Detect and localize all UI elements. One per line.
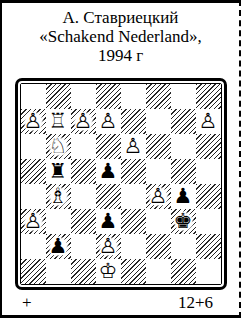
square-b3 xyxy=(46,209,71,234)
square-f4: ♙ xyxy=(146,184,171,209)
piece-black-pawn: ♟ xyxy=(46,234,71,259)
square-h6 xyxy=(196,134,221,159)
source-line: «Schakend Nederland», xyxy=(2,27,239,46)
square-e6: ♙ xyxy=(121,134,146,159)
square-e2 xyxy=(121,234,146,259)
square-d1: ♔ xyxy=(96,259,121,284)
square-g6 xyxy=(171,134,196,159)
material-count: 12+6 xyxy=(178,294,213,312)
square-a3: ♙ xyxy=(21,209,46,234)
piece-white-pawn: ♙ xyxy=(146,184,171,209)
square-a1 xyxy=(21,259,46,284)
square-f1 xyxy=(146,259,171,284)
square-h8 xyxy=(196,84,221,109)
chess-board-inner-frame: ♙♖♙♙♙♘♙♜♟♗♙♟♙♟♚♟♙♔ xyxy=(20,83,222,285)
square-h7: ♙ xyxy=(196,109,221,134)
square-b4: ♗ xyxy=(46,184,71,209)
square-f6 xyxy=(146,134,171,159)
square-c7: ♙ xyxy=(71,109,96,134)
author-line: А. Ставриецкий xyxy=(2,8,239,27)
square-e1 xyxy=(121,259,146,284)
square-c2 xyxy=(71,234,96,259)
piece-white-king: ♔ xyxy=(96,259,121,284)
square-b5: ♜ xyxy=(46,159,71,184)
square-c8 xyxy=(71,84,96,109)
square-d7: ♙ xyxy=(96,109,121,134)
year-line: 1994 г xyxy=(2,46,239,65)
stipulation-symbol: + xyxy=(22,294,32,312)
square-g5 xyxy=(171,159,196,184)
square-d5: ♟ xyxy=(96,159,121,184)
piece-black-pawn: ♟ xyxy=(96,209,121,234)
square-h3 xyxy=(196,209,221,234)
square-b1 xyxy=(46,259,71,284)
square-a2 xyxy=(21,234,46,259)
square-e5 xyxy=(121,159,146,184)
square-a4 xyxy=(21,184,46,209)
square-a8 xyxy=(21,84,46,109)
piece-white-rook: ♖ xyxy=(46,109,71,134)
square-d6 xyxy=(96,134,121,159)
square-h4 xyxy=(196,184,221,209)
square-a7: ♙ xyxy=(21,109,46,134)
square-h2 xyxy=(196,234,221,259)
square-g4: ♟ xyxy=(171,184,196,209)
square-b8 xyxy=(46,84,71,109)
piece-white-pawn: ♙ xyxy=(121,134,146,159)
square-c3 xyxy=(71,209,96,234)
piece-white-knight: ♘ xyxy=(46,134,71,159)
piece-white-pawn: ♙ xyxy=(21,109,46,134)
square-g1 xyxy=(171,259,196,284)
piece-black-rook: ♜ xyxy=(46,159,71,184)
square-a6 xyxy=(21,134,46,159)
piece-white-pawn: ♙ xyxy=(21,209,46,234)
piece-black-king: ♚ xyxy=(171,209,196,234)
square-d4 xyxy=(96,184,121,209)
square-d3: ♟ xyxy=(96,209,121,234)
square-d8 xyxy=(96,84,121,109)
square-c5 xyxy=(71,159,96,184)
square-b2: ♟ xyxy=(46,234,71,259)
square-b6: ♘ xyxy=(46,134,71,159)
square-e7 xyxy=(121,109,146,134)
diagram-page: А. Ставриецкий «Schakend Nederland», 199… xyxy=(0,0,241,318)
square-b7: ♖ xyxy=(46,109,71,134)
square-f2 xyxy=(146,234,171,259)
piece-black-pawn: ♟ xyxy=(96,159,121,184)
square-d2: ♙ xyxy=(96,234,121,259)
square-h5 xyxy=(196,159,221,184)
square-c1 xyxy=(71,259,96,284)
piece-black-pawn: ♟ xyxy=(171,184,196,209)
square-e4 xyxy=(121,184,146,209)
square-g7 xyxy=(171,109,196,134)
square-f5 xyxy=(146,159,171,184)
square-g3: ♚ xyxy=(171,209,196,234)
piece-white-bishop: ♗ xyxy=(46,184,71,209)
square-f3 xyxy=(146,209,171,234)
square-g2 xyxy=(171,234,196,259)
square-c4 xyxy=(71,184,96,209)
diagram-header: А. Ставриецкий «Schakend Nederland», 199… xyxy=(2,3,239,65)
piece-white-pawn: ♙ xyxy=(71,109,96,134)
piece-white-pawn: ♙ xyxy=(96,109,121,134)
square-f8 xyxy=(146,84,171,109)
chess-board-grid: ♙♖♙♙♙♘♙♜♟♗♙♟♙♟♚♟♙♔ xyxy=(21,84,221,284)
square-e8 xyxy=(121,84,146,109)
square-e3 xyxy=(121,209,146,234)
square-g8 xyxy=(171,84,196,109)
square-h1 xyxy=(196,259,221,284)
piece-white-pawn: ♙ xyxy=(196,109,221,134)
square-f7 xyxy=(146,109,171,134)
piece-white-pawn: ♙ xyxy=(96,234,121,259)
square-a5 xyxy=(21,159,46,184)
square-c6 xyxy=(71,134,96,159)
caption-row: + 12+6 xyxy=(2,290,239,312)
chess-board: ♙♖♙♙♙♘♙♜♟♗♙♟♙♟♚♟♙♔ xyxy=(15,78,227,290)
